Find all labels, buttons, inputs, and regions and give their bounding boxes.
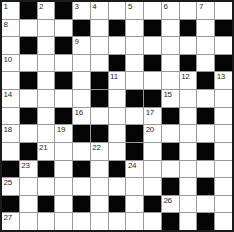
- white-cell[interactable]: [215, 196, 232, 213]
- white-cell[interactable]: [126, 108, 143, 125]
- white-cell[interactable]: [109, 37, 126, 54]
- white-cell[interactable]: [109, 108, 126, 125]
- white-cell[interactable]: [73, 143, 90, 160]
- clue-number: 14: [4, 90, 12, 99]
- white-cell[interactable]: [20, 125, 37, 142]
- clue-number: 6: [163, 2, 167, 11]
- white-cell[interactable]: 19: [55, 125, 72, 142]
- white-cell[interactable]: [55, 178, 72, 195]
- white-cell[interactable]: [38, 90, 55, 107]
- black-cell: [197, 213, 214, 230]
- white-cell[interactable]: [215, 143, 232, 160]
- black-cell: [73, 196, 90, 213]
- clue-number: 22: [92, 143, 100, 152]
- black-cell: [180, 55, 197, 72]
- white-cell[interactable]: [197, 161, 214, 178]
- black-cell: [126, 143, 143, 160]
- white-cell[interactable]: [162, 55, 179, 72]
- white-cell[interactable]: [2, 72, 19, 89]
- white-cell[interactable]: [180, 143, 197, 160]
- white-cell[interactable]: [20, 213, 37, 230]
- black-cell: [55, 72, 72, 89]
- white-cell[interactable]: [126, 213, 143, 230]
- white-cell[interactable]: 9: [73, 37, 90, 54]
- clue-number: 4: [92, 2, 96, 11]
- clue-number: 12: [181, 72, 189, 81]
- black-cell: [2, 196, 19, 213]
- white-cell[interactable]: [197, 125, 214, 142]
- white-cell[interactable]: 26: [162, 196, 179, 213]
- white-cell[interactable]: 5: [126, 2, 143, 19]
- white-cell[interactable]: [215, 2, 232, 19]
- clue-number: 26: [163, 196, 171, 205]
- white-cell[interactable]: [91, 161, 108, 178]
- clue-number: 23: [21, 161, 29, 170]
- white-cell[interactable]: 14: [2, 90, 19, 107]
- white-cell[interactable]: [91, 178, 108, 195]
- clue-number: 17: [146, 108, 154, 117]
- white-cell[interactable]: 4: [91, 2, 108, 19]
- clue-number: 24: [128, 161, 136, 170]
- black-cell: [144, 196, 161, 213]
- white-cell[interactable]: [73, 90, 90, 107]
- white-cell[interactable]: [38, 178, 55, 195]
- white-cell[interactable]: [91, 108, 108, 125]
- clue-number: 25: [4, 178, 12, 187]
- white-cell[interactable]: [109, 90, 126, 107]
- white-cell[interactable]: 22: [91, 143, 108, 160]
- black-cell: [215, 55, 232, 72]
- white-cell[interactable]: [144, 161, 161, 178]
- clue-number: 8: [4, 20, 8, 29]
- white-cell[interactable]: [215, 161, 232, 178]
- white-cell[interactable]: [197, 20, 214, 37]
- white-cell[interactable]: [20, 178, 37, 195]
- white-cell[interactable]: [162, 20, 179, 37]
- white-cell[interactable]: [20, 196, 37, 213]
- black-cell: [20, 143, 37, 160]
- white-cell[interactable]: 7: [197, 2, 214, 19]
- clue-number: 18: [4, 125, 12, 134]
- black-cell: [144, 55, 161, 72]
- white-cell[interactable]: [109, 178, 126, 195]
- clue-number: 11: [110, 72, 118, 81]
- black-cell: [109, 196, 126, 213]
- black-cell: [38, 161, 55, 178]
- white-cell[interactable]: 17: [144, 108, 161, 125]
- clue-number: 21: [39, 143, 47, 152]
- black-cell: [55, 108, 72, 125]
- white-cell[interactable]: [197, 90, 214, 107]
- white-cell[interactable]: [180, 108, 197, 125]
- white-cell[interactable]: [91, 55, 108, 72]
- white-cell[interactable]: [38, 20, 55, 37]
- white-cell[interactable]: [180, 213, 197, 230]
- white-cell[interactable]: [180, 37, 197, 54]
- white-cell[interactable]: [109, 2, 126, 19]
- white-cell[interactable]: [126, 178, 143, 195]
- white-cell[interactable]: [55, 161, 72, 178]
- white-cell[interactable]: 11: [109, 72, 126, 89]
- white-cell[interactable]: [126, 20, 143, 37]
- white-cell[interactable]: [215, 178, 232, 195]
- white-cell[interactable]: [162, 125, 179, 142]
- clue-number: 27: [4, 213, 12, 222]
- black-cell: [55, 37, 72, 54]
- white-cell[interactable]: 27: [2, 213, 19, 230]
- white-cell[interactable]: 24: [126, 161, 143, 178]
- black-cell: [91, 125, 108, 142]
- black-cell: [73, 20, 90, 37]
- white-cell[interactable]: [215, 37, 232, 54]
- black-cell: [38, 196, 55, 213]
- white-cell[interactable]: 15: [162, 90, 179, 107]
- white-cell[interactable]: [73, 55, 90, 72]
- white-cell[interactable]: [144, 37, 161, 54]
- white-cell[interactable]: 25: [2, 178, 19, 195]
- white-cell[interactable]: [20, 90, 37, 107]
- black-cell: [144, 90, 161, 107]
- white-cell[interactable]: [73, 178, 90, 195]
- white-cell[interactable]: [109, 213, 126, 230]
- black-cell: [2, 161, 19, 178]
- white-cell[interactable]: [144, 72, 161, 89]
- white-cell[interactable]: [38, 72, 55, 89]
- white-cell[interactable]: [215, 213, 232, 230]
- white-cell[interactable]: [20, 55, 37, 72]
- white-cell[interactable]: [215, 125, 232, 142]
- black-cell: [91, 90, 108, 107]
- white-cell[interactable]: [162, 161, 179, 178]
- white-cell[interactable]: 3: [73, 2, 90, 19]
- black-cell: [73, 161, 90, 178]
- white-cell[interactable]: [162, 37, 179, 54]
- white-cell[interactable]: 18: [2, 125, 19, 142]
- white-cell[interactable]: [109, 143, 126, 160]
- white-cell[interactable]: [38, 37, 55, 54]
- white-cell[interactable]: 12: [180, 72, 197, 89]
- white-cell[interactable]: [38, 213, 55, 230]
- white-cell[interactable]: [144, 178, 161, 195]
- black-cell: [126, 90, 143, 107]
- white-cell[interactable]: 8: [2, 20, 19, 37]
- black-cell: [162, 143, 179, 160]
- white-cell[interactable]: [2, 37, 19, 54]
- white-cell[interactable]: 16: [73, 108, 90, 125]
- white-cell[interactable]: [144, 143, 161, 160]
- clue-number: 7: [199, 2, 203, 11]
- clue-number: 5: [128, 2, 132, 11]
- black-cell: [197, 143, 214, 160]
- white-cell[interactable]: [215, 108, 232, 125]
- black-cell: [144, 20, 161, 37]
- black-cell: [215, 20, 232, 37]
- black-cell: [91, 72, 108, 89]
- white-cell[interactable]: [180, 2, 197, 19]
- clue-number: 10: [4, 55, 12, 64]
- white-cell[interactable]: [91, 213, 108, 230]
- clue-number: 9: [75, 37, 79, 46]
- crossword-grid: 1234567891011121314151617181920212223242…: [0, 0, 234, 232]
- black-cell: [73, 125, 90, 142]
- white-cell[interactable]: [126, 72, 143, 89]
- white-cell[interactable]: [197, 196, 214, 213]
- white-cell[interactable]: [126, 55, 143, 72]
- white-cell[interactable]: [109, 125, 126, 142]
- black-cell: [197, 178, 214, 195]
- black-cell: [162, 108, 179, 125]
- white-cell[interactable]: [2, 143, 19, 160]
- white-cell[interactable]: [180, 161, 197, 178]
- white-cell[interactable]: [38, 55, 55, 72]
- crossword-page: 1234567891011121314151617181920212223242…: [0, 0, 234, 232]
- black-cell: [197, 72, 214, 89]
- clue-number: 16: [75, 108, 83, 117]
- white-cell[interactable]: 2: [38, 2, 55, 19]
- white-cell[interactable]: [162, 72, 179, 89]
- black-cell: [162, 213, 179, 230]
- white-cell[interactable]: [55, 143, 72, 160]
- white-cell[interactable]: [197, 55, 214, 72]
- white-cell[interactable]: 23: [20, 161, 37, 178]
- clue-number: 19: [57, 125, 65, 134]
- white-cell[interactable]: [215, 90, 232, 107]
- white-cell[interactable]: [73, 72, 90, 89]
- white-cell[interactable]: [126, 196, 143, 213]
- white-cell[interactable]: 1: [2, 2, 19, 19]
- white-cell[interactable]: [180, 125, 197, 142]
- white-cell[interactable]: [126, 37, 143, 54]
- black-cell: [126, 125, 143, 142]
- clue-number: 20: [146, 125, 154, 134]
- black-cell: [20, 72, 37, 89]
- white-cell[interactable]: [197, 37, 214, 54]
- white-cell[interactable]: [55, 20, 72, 37]
- white-cell[interactable]: [91, 20, 108, 37]
- white-cell[interactable]: [144, 2, 161, 19]
- white-cell[interactable]: [91, 37, 108, 54]
- black-cell: [20, 2, 37, 19]
- white-cell[interactable]: [180, 196, 197, 213]
- clue-number: 13: [217, 72, 225, 81]
- black-cell: [180, 20, 197, 37]
- white-cell[interactable]: 13: [215, 72, 232, 89]
- white-cell[interactable]: [38, 108, 55, 125]
- white-cell[interactable]: [55, 196, 72, 213]
- clue-number: 2: [39, 2, 43, 11]
- white-cell[interactable]: [144, 213, 161, 230]
- black-cell: [109, 55, 126, 72]
- black-cell: [20, 108, 37, 125]
- white-cell[interactable]: 20: [144, 125, 161, 142]
- clue-number: 15: [163, 90, 171, 99]
- clue-number: 3: [75, 2, 79, 11]
- white-cell[interactable]: [180, 178, 197, 195]
- white-cell[interactable]: [91, 196, 108, 213]
- black-cell: [109, 161, 126, 178]
- white-cell[interactable]: [20, 20, 37, 37]
- white-cell[interactable]: 10: [2, 55, 19, 72]
- clue-number: 1: [4, 2, 8, 11]
- black-cell: [109, 20, 126, 37]
- black-cell: [20, 37, 37, 54]
- black-cell: [55, 2, 72, 19]
- white-cell[interactable]: [55, 55, 72, 72]
- white-cell[interactable]: [55, 213, 72, 230]
- white-cell[interactable]: [2, 108, 19, 125]
- white-cell[interactable]: [38, 125, 55, 142]
- black-cell: [197, 108, 214, 125]
- white-cell[interactable]: 21: [38, 143, 55, 160]
- white-cell[interactable]: [180, 90, 197, 107]
- white-cell[interactable]: 6: [162, 2, 179, 19]
- black-cell: [162, 178, 179, 195]
- white-cell[interactable]: [55, 90, 72, 107]
- white-cell[interactable]: [73, 213, 90, 230]
